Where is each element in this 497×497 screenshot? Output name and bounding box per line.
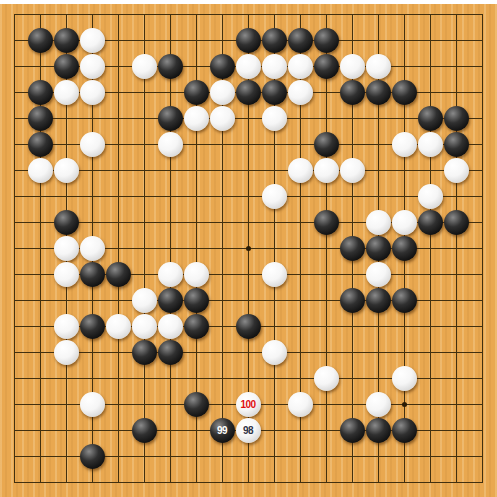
white-stone[interactable]: [158, 132, 183, 157]
black-stone[interactable]: [392, 236, 417, 261]
black-stone[interactable]: [262, 28, 287, 53]
black-stone[interactable]: [366, 418, 391, 443]
white-stone[interactable]: [54, 340, 79, 365]
black-stone[interactable]: [288, 28, 313, 53]
move-label-100: 100: [236, 392, 261, 417]
white-stone[interactable]: [262, 184, 287, 209]
black-stone[interactable]: [392, 80, 417, 105]
white-stone[interactable]: [392, 210, 417, 235]
black-stone[interactable]: [184, 314, 209, 339]
black-stone[interactable]: [444, 106, 469, 131]
black-stone[interactable]: [80, 444, 105, 469]
black-stone[interactable]: [236, 314, 261, 339]
white-stone[interactable]: [106, 314, 131, 339]
black-stone[interactable]: [28, 28, 53, 53]
white-stone[interactable]: [80, 132, 105, 157]
go-board[interactable]: 9899100: [0, 0, 497, 497]
move-label-98: 98: [236, 418, 261, 443]
move-label-99: 99: [210, 418, 235, 443]
black-stone[interactable]: [418, 106, 443, 131]
white-stone[interactable]: [288, 392, 313, 417]
star-point: [246, 246, 251, 251]
white-stone[interactable]: [80, 392, 105, 417]
white-stone[interactable]: [54, 236, 79, 261]
black-stone[interactable]: [210, 54, 235, 79]
white-stone[interactable]: [444, 158, 469, 183]
white-stone[interactable]: [54, 80, 79, 105]
black-stone[interactable]: [340, 418, 365, 443]
black-stone[interactable]: [132, 340, 157, 365]
white-stone[interactable]: [288, 80, 313, 105]
black-stone[interactable]: [314, 132, 339, 157]
board-gridline-horizontal: [14, 352, 483, 353]
board-gridline-vertical: [326, 14, 327, 483]
black-stone[interactable]: [54, 28, 79, 53]
black-stone[interactable]: [158, 106, 183, 131]
white-stone[interactable]: [158, 314, 183, 339]
black-stone[interactable]: [54, 54, 79, 79]
black-stone[interactable]: [314, 210, 339, 235]
black-stone[interactable]: [340, 236, 365, 261]
white-stone[interactable]: [262, 340, 287, 365]
black-stone[interactable]: [340, 80, 365, 105]
white-stone[interactable]: [80, 28, 105, 53]
black-stone[interactable]: [28, 132, 53, 157]
black-stone[interactable]: [392, 288, 417, 313]
black-stone[interactable]: [80, 314, 105, 339]
white-stone[interactable]: [210, 106, 235, 131]
black-stone[interactable]: [158, 54, 183, 79]
white-stone[interactable]: [54, 314, 79, 339]
black-stone[interactable]: [28, 106, 53, 131]
white-stone[interactable]: [262, 106, 287, 131]
black-stone[interactable]: [28, 80, 53, 105]
star-point: [402, 402, 407, 407]
white-stone[interactable]: [418, 132, 443, 157]
black-stone[interactable]: [158, 340, 183, 365]
black-stone[interactable]: [314, 54, 339, 79]
black-stone[interactable]: [366, 288, 391, 313]
black-stone[interactable]: [132, 418, 157, 443]
black-stone[interactable]: [80, 262, 105, 287]
page-background-strip: [0, 0, 497, 4]
black-stone[interactable]: [106, 262, 131, 287]
white-stone[interactable]: [262, 54, 287, 79]
black-stone[interactable]: [366, 236, 391, 261]
white-stone[interactable]: [80, 236, 105, 261]
white-stone[interactable]: [340, 158, 365, 183]
black-stone[interactable]: [418, 210, 443, 235]
black-stone[interactable]: [236, 28, 261, 53]
white-stone[interactable]: [288, 54, 313, 79]
white-stone[interactable]: [366, 392, 391, 417]
white-stone[interactable]: [392, 366, 417, 391]
black-stone[interactable]: [54, 210, 79, 235]
white-stone[interactable]: [366, 210, 391, 235]
white-stone[interactable]: [288, 158, 313, 183]
white-stone[interactable]: [366, 262, 391, 287]
white-stone[interactable]: [80, 54, 105, 79]
white-stone[interactable]: [210, 80, 235, 105]
white-stone[interactable]: [132, 54, 157, 79]
black-stone[interactable]: [184, 80, 209, 105]
white-stone[interactable]: [184, 106, 209, 131]
white-stone[interactable]: [314, 366, 339, 391]
black-stone[interactable]: [444, 210, 469, 235]
white-stone[interactable]: [314, 158, 339, 183]
white-stone[interactable]: [340, 54, 365, 79]
black-stone[interactable]: [184, 288, 209, 313]
board-gridline-vertical: [456, 14, 457, 483]
black-stone[interactable]: [444, 132, 469, 157]
black-stone[interactable]: [158, 288, 183, 313]
white-stone[interactable]: [54, 262, 79, 287]
board-gridline-horizontal: [14, 482, 483, 483]
black-stone[interactable]: [184, 392, 209, 417]
white-stone[interactable]: [132, 288, 157, 313]
white-stone[interactable]: [262, 262, 287, 287]
white-stone[interactable]: [80, 80, 105, 105]
white-stone[interactable]: [54, 158, 79, 183]
white-stone[interactable]: [366, 54, 391, 79]
white-stone[interactable]: [28, 158, 53, 183]
black-stone[interactable]: [314, 28, 339, 53]
white-stone[interactable]: [418, 184, 443, 209]
white-stone[interactable]: [236, 54, 261, 79]
white-stone[interactable]: [392, 132, 417, 157]
black-stone[interactable]: [236, 80, 261, 105]
white-stone[interactable]: [184, 262, 209, 287]
black-stone[interactable]: [262, 80, 287, 105]
board-gridline-vertical: [482, 14, 483, 483]
white-stone[interactable]: [158, 262, 183, 287]
black-stone[interactable]: [366, 80, 391, 105]
black-stone[interactable]: [340, 288, 365, 313]
board-gridline-vertical: [430, 14, 431, 483]
screenshot-stage: 9899100: [0, 0, 497, 497]
black-stone[interactable]: [392, 418, 417, 443]
white-stone[interactable]: [132, 314, 157, 339]
